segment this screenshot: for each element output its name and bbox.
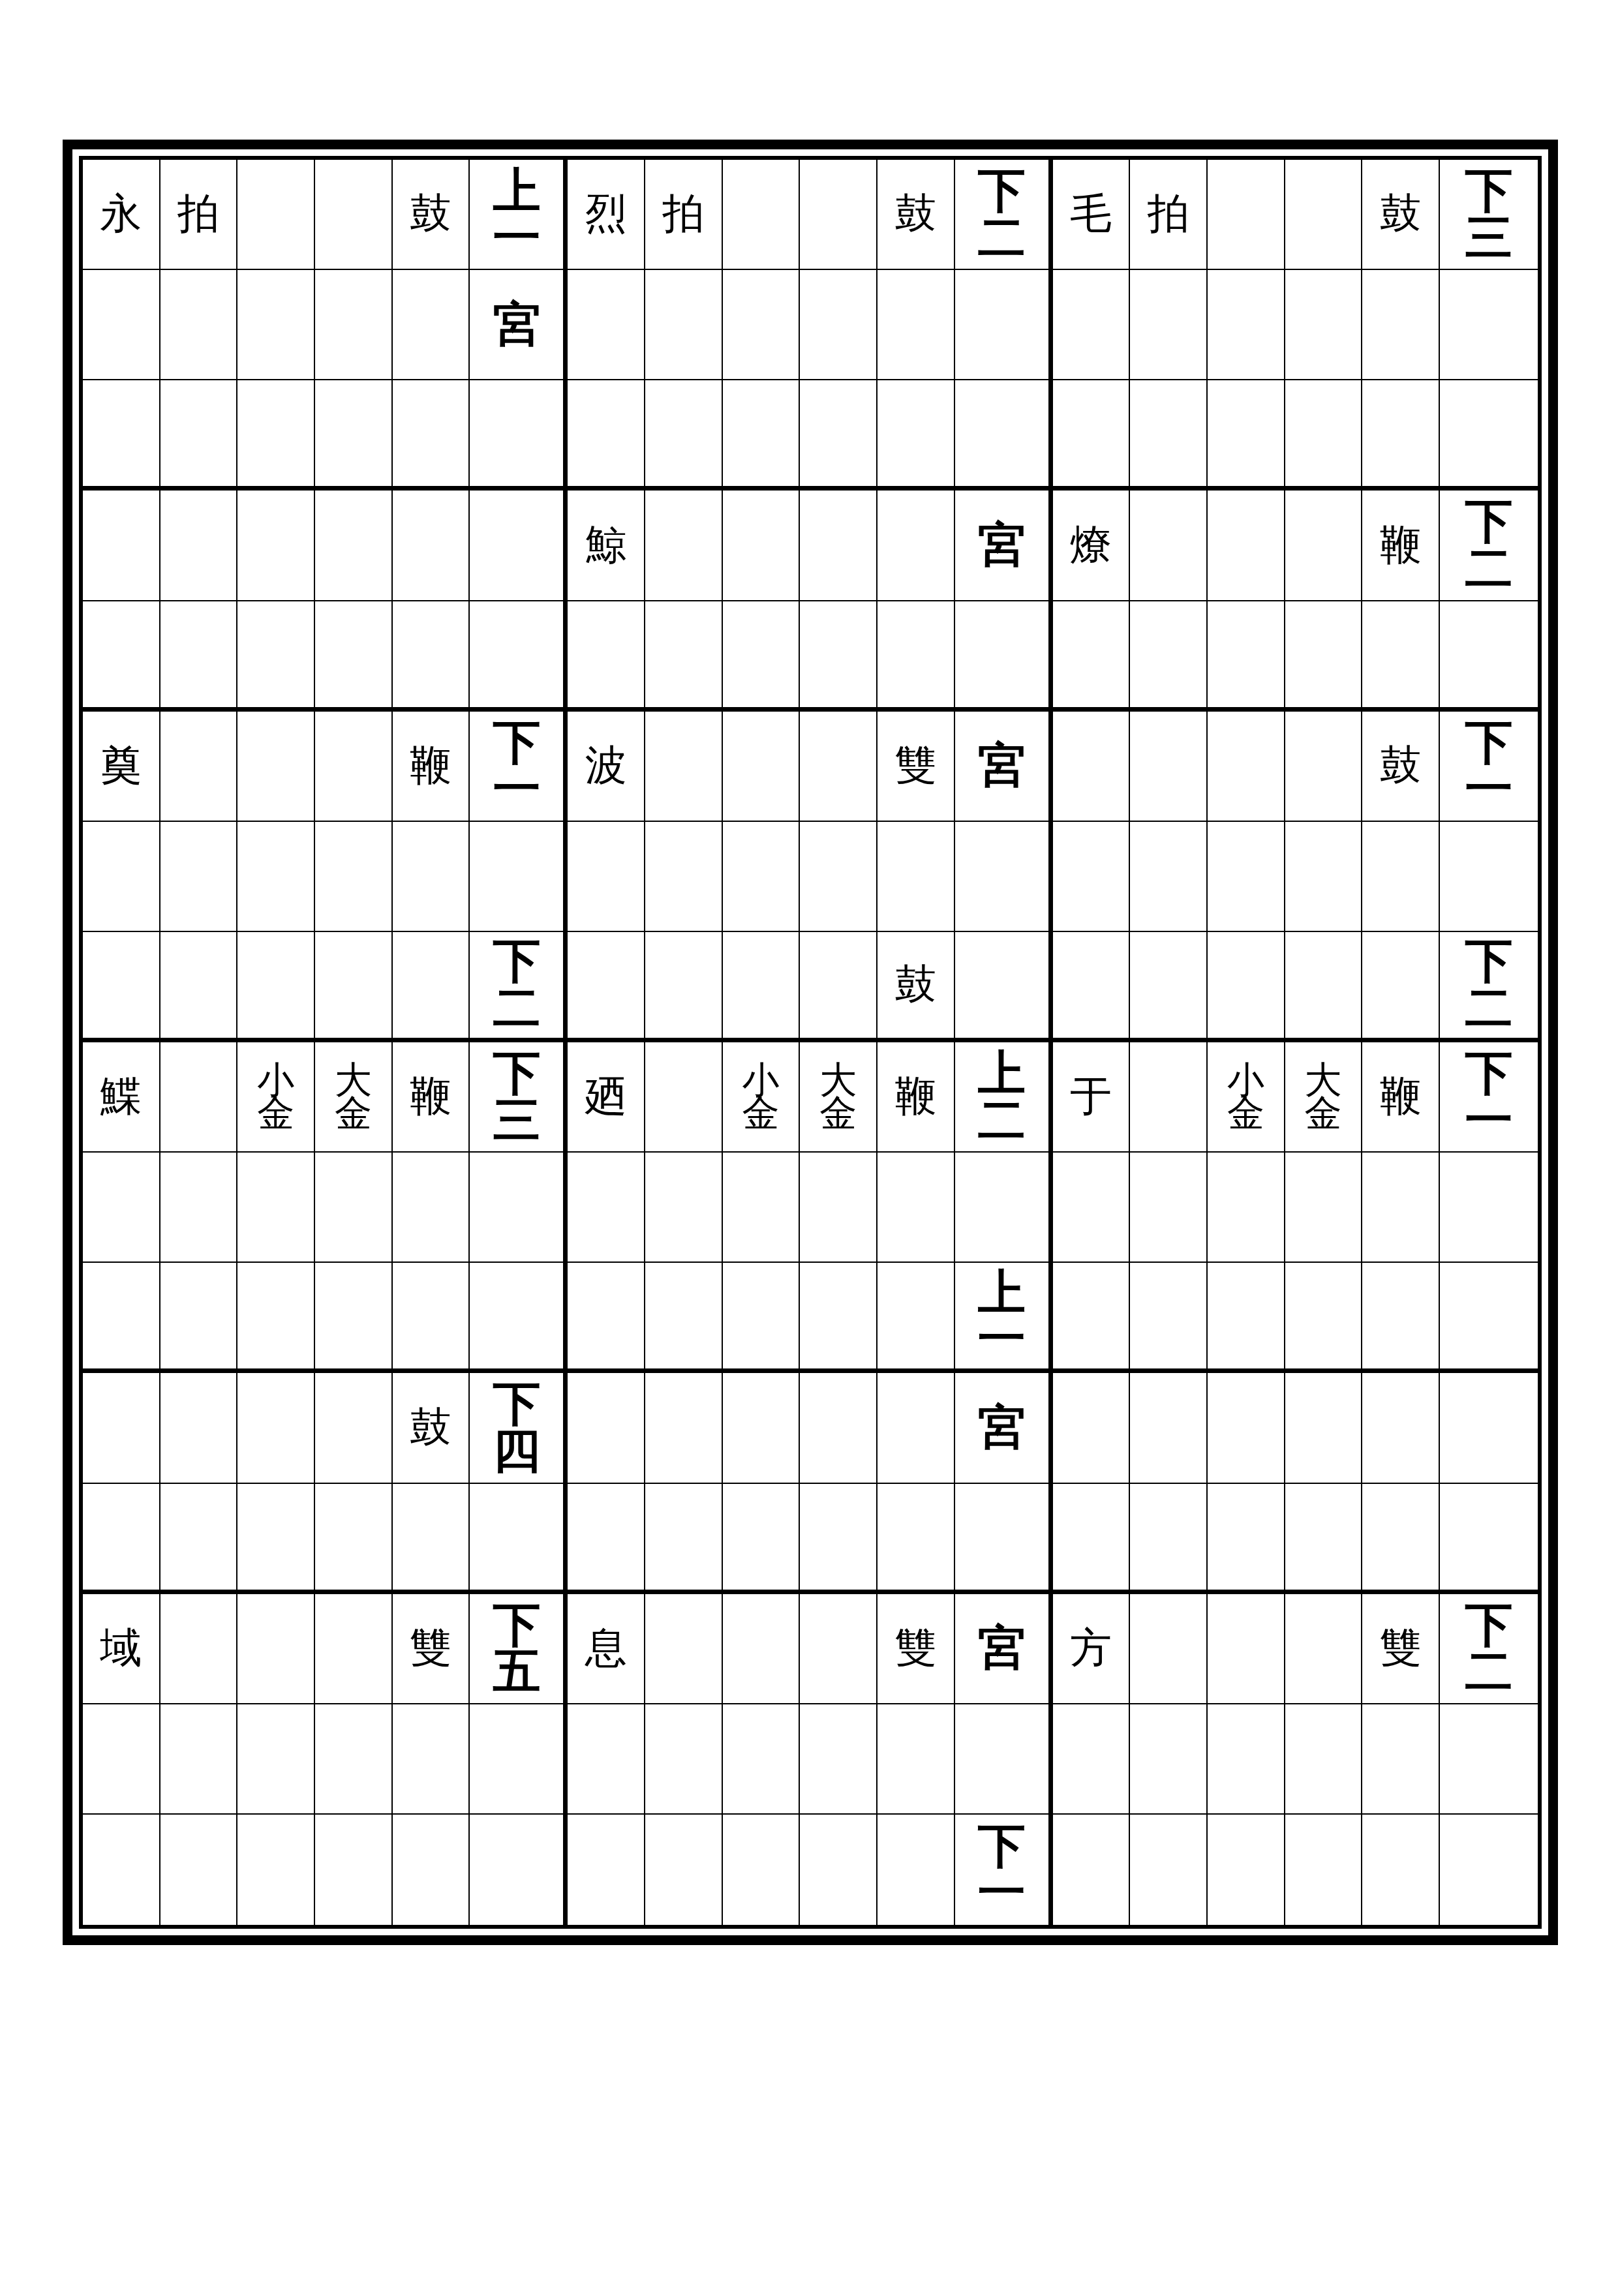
jeonggan-cell — [160, 270, 238, 380]
jeonggan-cell — [1130, 1373, 1208, 1483]
jeonggan-cell: 鼓 — [1362, 712, 1440, 822]
jeonggan-cell — [1130, 1594, 1208, 1704]
jeonggan-cell — [568, 1263, 645, 1373]
jeonggan-cell — [1130, 822, 1208, 932]
jeonggan-cell — [645, 932, 723, 1042]
notation-glyph: 鞭 — [1380, 1077, 1422, 1117]
score-frame: 永拍鼓上一烈拍鼓下二毛拍鼓下三宮鯨宮燎鞭下二奠鞭下一波雙宮鼓下一下二鼓下二鰈小金… — [63, 140, 1558, 1945]
jeonggan-cell — [315, 1263, 393, 1373]
jeonggan-cell — [237, 1373, 315, 1483]
jeonggan-cell — [83, 822, 160, 932]
jeonggan-cell — [723, 1153, 801, 1263]
jeonggan-cell — [645, 1594, 723, 1704]
jeonggan-cell — [800, 1373, 878, 1483]
jeonggan-cell — [723, 1815, 801, 1925]
notation-glyph: 一 — [978, 1869, 1026, 1916]
notation-glyph: 四 — [493, 1428, 540, 1475]
jeonggan-cell — [1285, 1373, 1363, 1483]
jeonggan-cell — [1285, 160, 1363, 270]
notation-glyph: 鞭 — [410, 746, 451, 786]
jeonggan-cell — [160, 380, 238, 491]
jeonggan-cell — [800, 160, 878, 270]
notation-glyph: 鼓 — [894, 965, 936, 1005]
jeonggan-cell — [1208, 822, 1285, 932]
notation-glyph: 二 — [1465, 985, 1513, 1032]
notation-glyph: 金 — [257, 1097, 294, 1130]
jeonggan-cell — [1440, 1704, 1538, 1815]
notation-glyph: 金 — [335, 1097, 372, 1130]
jeonggan-cell — [1208, 1373, 1285, 1483]
jeonggan-cell — [1130, 491, 1208, 601]
jeonggan-cell — [645, 1042, 723, 1153]
jeonggan-cell — [800, 380, 878, 491]
jeonggan-cell — [645, 1815, 723, 1925]
jeonggan-cell — [470, 380, 568, 491]
notation-glyph: 鼓 — [894, 194, 936, 234]
jeonggan-cell: 燎 — [1053, 491, 1131, 601]
jeonggan-cell — [237, 712, 315, 822]
jeonggan-cell — [568, 1704, 645, 1815]
jeonggan-cell — [1285, 1815, 1363, 1925]
jeonggan-cell — [1053, 1484, 1131, 1594]
jeonggan-cell — [568, 1484, 645, 1594]
jeonggan-cell: 下一 — [955, 1815, 1053, 1925]
jeonggan-cell — [800, 932, 878, 1042]
jeonggan-cell: 鞭 — [393, 1042, 470, 1153]
jeonggan-cell: 烈 — [568, 160, 645, 270]
jeonggan-cell — [470, 822, 568, 932]
notation-glyph: 上 — [978, 1050, 1026, 1097]
jeonggan-cell — [1362, 380, 1440, 491]
notation-glyph: 二 — [978, 1097, 1026, 1144]
jeonggan-cell — [800, 712, 878, 822]
notation-glyph: 于 — [1070, 1077, 1112, 1117]
jeonggan-cell — [237, 1704, 315, 1815]
jeonggan-cell — [723, 712, 801, 822]
notation-glyph: 永 — [100, 194, 142, 234]
notation-glyph: 雙 — [894, 746, 936, 786]
jeonggan-cell — [1362, 1484, 1440, 1594]
notation-glyph: 廼 — [585, 1077, 627, 1117]
notation-glyph: 下 — [493, 719, 540, 766]
jeonggan-cell — [393, 1153, 470, 1263]
notation-glyph: 宮 — [978, 742, 1026, 789]
jeonggan-cell — [83, 1484, 160, 1594]
jeonggan-cell — [393, 1484, 470, 1594]
jeonggan-cell — [1208, 1153, 1285, 1263]
notation-glyph: 方 — [1070, 1629, 1112, 1669]
jeonggan-cell: 息 — [568, 1594, 645, 1704]
notation-glyph: 下 — [1465, 1602, 1513, 1649]
jeonggan-cell — [160, 1263, 238, 1373]
jeonggan-cell — [1362, 601, 1440, 712]
notation-glyph: 下 — [493, 1050, 540, 1097]
jeonggan-cell — [1208, 1704, 1285, 1815]
jeonggan-cell — [315, 160, 393, 270]
notation-glyph: 毛 — [1070, 194, 1112, 234]
jeonggan-cell — [568, 822, 645, 932]
jeonggan-cell: 下二 — [1440, 491, 1538, 601]
jeonggan-cell — [393, 270, 470, 380]
notation-glyph: 拍 — [662, 194, 704, 234]
jeonggan-cell — [800, 601, 878, 712]
jeonggan-cell — [1208, 932, 1285, 1042]
jeonggan-cell — [568, 270, 645, 380]
jeonggan-cell: 拍 — [645, 160, 723, 270]
jeonggan-cell: 鞭 — [1362, 1042, 1440, 1153]
notation-glyph: 鼓 — [410, 194, 451, 234]
jeonggan-cell — [723, 601, 801, 712]
notation-glyph: 下 — [1465, 1050, 1513, 1097]
jeonggan-cell — [237, 1263, 315, 1373]
jeonggan-cell: 鯨 — [568, 491, 645, 601]
jeonggan-cell — [1130, 1153, 1208, 1263]
jeonggan-cell — [1285, 270, 1363, 380]
jeonggan-cell — [645, 380, 723, 491]
jeonggan-cell — [160, 712, 238, 822]
jeonggan-cell — [568, 932, 645, 1042]
jeonggan-cell — [1208, 160, 1285, 270]
jeonggan-cell — [723, 1263, 801, 1373]
jeonggan-cell — [1130, 712, 1208, 822]
jeonggan-cell — [878, 601, 955, 712]
notation-glyph: 奠 — [100, 746, 142, 786]
jeonggan-cell — [1285, 380, 1363, 491]
jeonggan-cell — [878, 1815, 955, 1925]
jeonggan-cell — [723, 380, 801, 491]
jeonggan-cell — [1130, 932, 1208, 1042]
jeonggan-cell — [1285, 712, 1363, 822]
jeonggan-cell — [723, 822, 801, 932]
jeonggan-cell — [1053, 380, 1131, 491]
jeonggan-cell — [878, 1263, 955, 1373]
jeonggan-cell — [723, 270, 801, 380]
notation-glyph: 金 — [1305, 1097, 1342, 1130]
jeonggan-cell: 宮 — [955, 712, 1053, 822]
jeonggan-cell: 拍 — [160, 160, 238, 270]
jeonggan-cell — [1208, 601, 1285, 712]
jeonggan-cell — [470, 1153, 568, 1263]
jeonggan-cell — [955, 1484, 1053, 1594]
jeonggan-cell: 下五 — [470, 1594, 568, 1704]
jeonggan-cell — [160, 1815, 238, 1925]
notation-glyph: 下 — [978, 168, 1026, 215]
notation-glyph: 鯨 — [585, 526, 627, 566]
jeonggan-cell — [1285, 1153, 1363, 1263]
jeonggan-cell — [393, 932, 470, 1042]
jeonggan-cell — [1053, 1815, 1131, 1925]
jeonggan-cell — [800, 1153, 878, 1263]
jeonggan-cell: 上一 — [470, 160, 568, 270]
notation-glyph: 鞭 — [1380, 526, 1422, 566]
jeonggan-cell — [1130, 1704, 1208, 1815]
jeonggan-cell — [800, 1815, 878, 1925]
notation-glyph: 下 — [1465, 168, 1513, 215]
jeonggan-cell — [1440, 1263, 1538, 1373]
jeonggan-cell — [1440, 270, 1538, 380]
jeonggan-cell: 于 — [1053, 1042, 1131, 1153]
jeonggan-cell — [1362, 1263, 1440, 1373]
jeonggan-cell: 鼓 — [393, 160, 470, 270]
jeonggan-cell — [315, 1484, 393, 1594]
jeonggan-cell — [237, 932, 315, 1042]
jeonggan-cell — [315, 712, 393, 822]
jeonggan-cell — [470, 601, 568, 712]
jeonggan-cell — [645, 712, 723, 822]
jeonggan-cell — [470, 491, 568, 601]
jeonggan-cell — [645, 1153, 723, 1263]
jeonggan-cell — [315, 1153, 393, 1263]
notation-glyph: 一 — [493, 766, 540, 813]
jeonggan-cell: 永 — [83, 160, 160, 270]
jeonggan-cell — [1053, 1373, 1131, 1483]
jeonggan-cell — [160, 1373, 238, 1483]
jeonggan-cell — [393, 1704, 470, 1815]
jeonggan-cell — [878, 1373, 955, 1483]
jeonggan-cell: 宮 — [955, 1594, 1053, 1704]
notation-glyph: 波 — [585, 746, 627, 786]
notation-glyph: 烈 — [585, 194, 627, 234]
jeonggan-cell — [1285, 822, 1363, 932]
notation-glyph: 鞭 — [410, 1077, 451, 1117]
jeonggan-cell: 鰈 — [83, 1042, 160, 1153]
jeonggan-cell: 下三 — [1440, 160, 1538, 270]
jeonggan-cell — [237, 160, 315, 270]
jeonggan-cell — [1053, 601, 1131, 712]
jeonggan-cell: 鼓 — [1362, 160, 1440, 270]
notation-glyph: 二 — [978, 215, 1026, 262]
jeonggan-cell — [800, 822, 878, 932]
jeonggan-cell — [315, 822, 393, 932]
notation-glyph: 鼓 — [1380, 746, 1422, 786]
jeonggan-cell — [315, 491, 393, 601]
jeonggan-cell — [1362, 1153, 1440, 1263]
jeonggan-cell — [800, 491, 878, 601]
jeonggan-cell — [1053, 1153, 1131, 1263]
jeonggan-cell: 廼 — [568, 1042, 645, 1153]
jeonggan-cell — [1130, 380, 1208, 491]
jeonggan-cell: 下二 — [470, 932, 568, 1042]
jeonggan-cell — [160, 491, 238, 601]
jeonggan-cell — [393, 380, 470, 491]
jeonggan-cell — [1130, 601, 1208, 712]
jeonggan-cell — [1053, 712, 1131, 822]
jeonggan-cell: 上二 — [955, 1042, 1053, 1153]
notation-glyph: 雙 — [894, 1629, 936, 1669]
jeonggan-cell: 下四 — [470, 1373, 568, 1483]
jeonggan-cell: 大金 — [315, 1042, 393, 1153]
jeonggan-cell — [83, 380, 160, 491]
jeonggan-cell — [800, 1704, 878, 1815]
notation-glyph: 五 — [493, 1648, 540, 1695]
jeonggan-cell — [645, 1263, 723, 1373]
jeonggan-cell — [315, 1373, 393, 1483]
jeonggan-cell — [393, 1263, 470, 1373]
jeonggan-cell — [1440, 1153, 1538, 1263]
jeonggan-cell — [83, 1815, 160, 1925]
notation-glyph: 三 — [493, 1097, 540, 1144]
jeonggan-cell — [1053, 822, 1131, 932]
jeonggan-cell — [1208, 1594, 1285, 1704]
jeonggan-cell: 下二 — [955, 160, 1053, 270]
jeonggan-cell — [645, 1704, 723, 1815]
jeonggan-cell — [237, 491, 315, 601]
jeonggan-cell — [237, 270, 315, 380]
notation-glyph: 雙 — [1380, 1629, 1422, 1669]
notation-glyph: 二 — [493, 985, 540, 1032]
jeonggan-cell — [315, 932, 393, 1042]
jeonggan-cell — [1130, 1042, 1208, 1153]
jeonggan-cell — [1208, 491, 1285, 601]
jeonggan-cell — [1285, 491, 1363, 601]
notation-glyph: 一 — [978, 1316, 1026, 1363]
jeonggan-cell — [83, 1373, 160, 1483]
jeonggan-cell: 雙 — [1362, 1594, 1440, 1704]
jeonggan-cell: 雙 — [393, 1594, 470, 1704]
notation-glyph: 上 — [493, 168, 540, 215]
notation-glyph: 鼓 — [410, 1408, 451, 1448]
jeonggan-cell — [470, 1815, 568, 1925]
jeonggan-cell — [955, 1704, 1053, 1815]
jeonggan-cell — [1208, 712, 1285, 822]
jeonggan-cell — [237, 380, 315, 491]
jeonggan-cell — [955, 380, 1053, 491]
jeonggan-cell — [160, 822, 238, 932]
jeonggan-cell: 鞭 — [1362, 491, 1440, 601]
notation-glyph: 下 — [493, 1602, 540, 1649]
jeonggan-cell — [1208, 1484, 1285, 1594]
jeonggan-cell: 波 — [568, 712, 645, 822]
jeonggan-cell — [878, 380, 955, 491]
jeonggan-cell: 奠 — [83, 712, 160, 822]
jeonggan-cell — [1440, 1484, 1538, 1594]
jeonggan-cell — [878, 822, 955, 932]
score-page: 永拍鼓上一烈拍鼓下二毛拍鼓下三宮鯨宮燎鞭下二奠鞭下一波雙宮鼓下一下二鼓下二鰈小金… — [0, 0, 1618, 2296]
jeonggan-cell — [955, 822, 1053, 932]
jeonggan-cell — [723, 1594, 801, 1704]
jeonggan-cell — [955, 1153, 1053, 1263]
jeonggan-cell: 小金 — [723, 1042, 801, 1153]
jeonggan-cell — [237, 822, 315, 932]
notation-glyph: 上 — [978, 1269, 1026, 1316]
jeonggan-cell: 小金 — [1208, 1042, 1285, 1153]
notation-glyph: 域 — [100, 1629, 142, 1669]
jeonggan-cell — [160, 1704, 238, 1815]
notation-glyph: 拍 — [1148, 194, 1189, 234]
jeonggan-cell — [160, 1042, 238, 1153]
jeonggan-cell — [878, 270, 955, 380]
jeonggan-cell — [393, 822, 470, 932]
jeonggan-cell — [955, 270, 1053, 380]
jeonggan-cell — [1285, 932, 1363, 1042]
notation-glyph: 下 — [1465, 938, 1513, 985]
notation-glyph: 下 — [978, 1823, 1026, 1870]
jeonggan-cell — [1362, 1373, 1440, 1483]
jeonggan-cell — [1362, 1815, 1440, 1925]
jeonggan-cell — [645, 1484, 723, 1594]
jeonggan-cell: 鼓 — [878, 932, 955, 1042]
jeonggan-cell — [645, 1373, 723, 1483]
jeonggan-cell — [1130, 270, 1208, 380]
jeonggan-cell: 鞭 — [878, 1042, 955, 1153]
jeonggan-cell — [878, 1153, 955, 1263]
jeonggan-cell — [800, 1594, 878, 1704]
jeonggan-cell — [1285, 1484, 1363, 1594]
jeonggan-cell: 毛 — [1053, 160, 1131, 270]
jeonggan-cell — [237, 1484, 315, 1594]
jeonggan-cell — [1053, 270, 1131, 380]
jeonggan-cell: 鼓 — [878, 160, 955, 270]
jeonggan-cell — [1053, 932, 1131, 1042]
jeonggan-cell — [470, 1484, 568, 1594]
jeonggan-cell: 小金 — [237, 1042, 315, 1153]
notation-glyph: 一 — [1465, 1097, 1513, 1144]
jeonggan-cell: 下一 — [470, 712, 568, 822]
jeonggan-cell — [160, 1153, 238, 1263]
jeonggan-cell: 下二 — [1440, 1594, 1538, 1704]
jeonggan-cell — [1362, 270, 1440, 380]
jeonggan-cell — [800, 270, 878, 380]
notation-glyph: 宮 — [978, 522, 1026, 569]
jeonggan-cell — [645, 491, 723, 601]
jeonggan-cell — [83, 601, 160, 712]
notation-glyph: 二 — [1465, 1648, 1513, 1695]
jeonggan-cell — [1440, 822, 1538, 932]
jeonggan-cell — [645, 270, 723, 380]
jeonggan-cell: 雙 — [878, 1594, 955, 1704]
jeonggan-cell — [878, 1484, 955, 1594]
notation-glyph: 一 — [493, 215, 540, 262]
jeonggan-cell — [393, 1815, 470, 1925]
notation-glyph: 宮 — [978, 1404, 1026, 1451]
jeonggan-cell — [1440, 1815, 1538, 1925]
jeonggan-cell — [1285, 601, 1363, 712]
notation-glyph: 息 — [585, 1629, 627, 1669]
jeonggan-cell — [878, 491, 955, 601]
notation-glyph: 下 — [493, 1381, 540, 1428]
jeonggan-cell — [1362, 932, 1440, 1042]
notation-glyph: 三 — [1465, 215, 1513, 262]
jeonggan-cell — [568, 1153, 645, 1263]
jeonggan-cell — [315, 1594, 393, 1704]
jeonggan-cell — [800, 1263, 878, 1373]
jeonggan-cell — [568, 380, 645, 491]
jeonggan-cell — [723, 932, 801, 1042]
jeonggan-cell — [1130, 1263, 1208, 1373]
jeonggan-cell — [83, 1263, 160, 1373]
notation-glyph: 鞭 — [894, 1077, 936, 1117]
notation-glyph: 下 — [1465, 719, 1513, 766]
jeonggan-cell: 方 — [1053, 1594, 1131, 1704]
notation-glyph: 二 — [1465, 545, 1513, 592]
jeonggan-cell — [568, 601, 645, 712]
jeonggan-cell — [237, 1594, 315, 1704]
notation-glyph: 下 — [1465, 498, 1513, 545]
jeonggan-cell — [83, 1153, 160, 1263]
jeonggan-cell: 宮 — [470, 270, 568, 380]
jeonggan-cell: 鼓 — [393, 1373, 470, 1483]
notation-glyph: 一 — [1465, 766, 1513, 813]
notation-glyph: 下 — [493, 938, 540, 985]
jeonggan-cell: 拍 — [1130, 160, 1208, 270]
jeonggan-cell — [1440, 380, 1538, 491]
jeonggan-cell — [237, 601, 315, 712]
jeonggan-cell — [1362, 1704, 1440, 1815]
jeonggan-cell — [1130, 1484, 1208, 1594]
jeonggan-cell — [1285, 1704, 1363, 1815]
jeonggan-cell: 宮 — [955, 491, 1053, 601]
jeonggan-cell: 下一 — [1440, 1042, 1538, 1153]
